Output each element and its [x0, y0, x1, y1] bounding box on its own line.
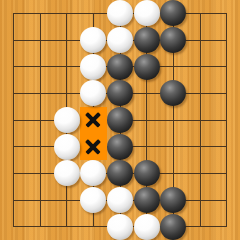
white-stone[interactable]: [80, 54, 106, 80]
intersection-j8[interactable]: [213, 27, 240, 54]
intersection-b7[interactable]: [27, 53, 54, 80]
intersection-f3[interactable]: [133, 160, 160, 187]
intersection-f7[interactable]: [133, 53, 160, 80]
intersection-d4[interactable]: [80, 133, 107, 160]
intersection-e2[interactable]: [107, 187, 134, 214]
intersection-f9[interactable]: [133, 0, 160, 27]
intersection-j2[interactable]: [213, 187, 240, 214]
intersection-j9[interactable]: [213, 0, 240, 27]
intersection-g1[interactable]: [160, 213, 187, 240]
intersection-j7[interactable]: [213, 53, 240, 80]
intersection-e6[interactable]: [107, 80, 134, 107]
intersection-h9[interactable]: [187, 0, 214, 27]
white-stone[interactable]: [134, 214, 160, 240]
intersection-c5[interactable]: [53, 107, 80, 134]
intersection-a1[interactable]: [0, 213, 27, 240]
intersection-f8[interactable]: [133, 27, 160, 54]
white-stone[interactable]: [54, 160, 80, 186]
x-marker: [83, 137, 103, 157]
intersection-d1[interactable]: [80, 213, 107, 240]
intersection-a4[interactable]: [0, 133, 27, 160]
intersection-g4[interactable]: [160, 133, 187, 160]
black-stone[interactable]: [134, 54, 160, 80]
intersection-b6[interactable]: [27, 80, 54, 107]
white-stone[interactable]: [54, 107, 80, 133]
intersection-h5[interactable]: [187, 107, 214, 134]
intersection-f1[interactable]: [133, 213, 160, 240]
intersection-f6[interactable]: [133, 80, 160, 107]
intersection-b9[interactable]: [27, 0, 54, 27]
intersection-d7[interactable]: [80, 53, 107, 80]
white-stone[interactable]: [134, 0, 160, 26]
intersection-d5[interactable]: [80, 107, 107, 134]
intersection-g9[interactable]: [160, 0, 187, 27]
intersection-e5[interactable]: [107, 107, 134, 134]
intersection-h3[interactable]: [187, 160, 214, 187]
white-stone[interactable]: [80, 187, 106, 213]
intersection-f2[interactable]: [133, 187, 160, 214]
white-stone[interactable]: [80, 27, 106, 53]
intersection-j5[interactable]: [213, 107, 240, 134]
black-stone[interactable]: [107, 107, 133, 133]
intersection-g7[interactable]: [160, 53, 187, 80]
intersection-c3[interactable]: [53, 160, 80, 187]
intersection-a9[interactable]: [0, 0, 27, 27]
black-stone[interactable]: [160, 80, 186, 106]
intersection-h8[interactable]: [187, 27, 214, 54]
black-stone[interactable]: [160, 214, 186, 240]
intersection-a5[interactable]: [0, 107, 27, 134]
intersection-j3[interactable]: [213, 160, 240, 187]
x-marker: [83, 110, 103, 130]
intersection-h4[interactable]: [187, 133, 214, 160]
intersection-e1[interactable]: [107, 213, 134, 240]
intersection-f4[interactable]: [133, 133, 160, 160]
intersection-b8[interactable]: [27, 27, 54, 54]
intersection-e3[interactable]: [107, 160, 134, 187]
intersection-c9[interactable]: [53, 0, 80, 27]
intersection-h1[interactable]: [187, 213, 214, 240]
intersection-g3[interactable]: [160, 160, 187, 187]
intersection-c2[interactable]: [53, 187, 80, 214]
black-stone[interactable]: [107, 134, 133, 160]
black-stone[interactable]: [107, 160, 133, 186]
white-stone[interactable]: [107, 27, 133, 53]
intersection-j6[interactable]: [213, 80, 240, 107]
intersection-g6[interactable]: [160, 80, 187, 107]
intersection-a6[interactable]: [0, 80, 27, 107]
intersection-c7[interactable]: [53, 53, 80, 80]
black-stone[interactable]: [134, 160, 160, 186]
white-stone[interactable]: [107, 187, 133, 213]
black-stone[interactable]: [160, 27, 186, 53]
intersection-b4[interactable]: [27, 133, 54, 160]
board-cells-layer: [0, 0, 240, 240]
intersection-d9[interactable]: [80, 0, 107, 27]
white-stone[interactable]: [80, 160, 106, 186]
intersection-j1[interactable]: [213, 213, 240, 240]
intersection-e9[interactable]: [107, 0, 134, 27]
intersection-h2[interactable]: [187, 187, 214, 214]
black-stone[interactable]: [134, 187, 160, 213]
intersection-g8[interactable]: [160, 27, 187, 54]
intersection-a2[interactable]: [0, 187, 27, 214]
intersection-e4[interactable]: [107, 133, 134, 160]
black-stone[interactable]: [107, 54, 133, 80]
intersection-b1[interactable]: [27, 213, 54, 240]
go-board: [0, 0, 240, 240]
intersection-a8[interactable]: [0, 27, 27, 54]
intersection-b5[interactable]: [27, 107, 54, 134]
intersection-d2[interactable]: [80, 187, 107, 214]
black-stone[interactable]: [160, 0, 186, 26]
intersection-a7[interactable]: [0, 53, 27, 80]
white-stone[interactable]: [107, 214, 133, 240]
intersection-d3[interactable]: [80, 160, 107, 187]
intersection-j4[interactable]: [213, 133, 240, 160]
intersection-b2[interactable]: [27, 187, 54, 214]
intersection-c6[interactable]: [53, 80, 80, 107]
intersection-d8[interactable]: [80, 27, 107, 54]
intersection-a3[interactable]: [0, 160, 27, 187]
white-stone[interactable]: [107, 0, 133, 26]
intersection-e8[interactable]: [107, 27, 134, 54]
black-stone[interactable]: [160, 187, 186, 213]
intersection-g5[interactable]: [160, 107, 187, 134]
intersection-e7[interactable]: [107, 53, 134, 80]
intersection-g2[interactable]: [160, 187, 187, 214]
intersection-c1[interactable]: [53, 213, 80, 240]
white-stone[interactable]: [54, 134, 80, 160]
intersection-c4[interactable]: [53, 133, 80, 160]
black-stone[interactable]: [107, 80, 133, 106]
intersection-d6[interactable]: [80, 80, 107, 107]
intersection-b3[interactable]: [27, 160, 54, 187]
black-stone[interactable]: [134, 27, 160, 53]
intersection-f5[interactable]: [133, 107, 160, 134]
white-stone[interactable]: [80, 80, 106, 106]
intersection-h7[interactable]: [187, 53, 214, 80]
intersection-c8[interactable]: [53, 27, 80, 54]
intersection-h6[interactable]: [187, 80, 214, 107]
